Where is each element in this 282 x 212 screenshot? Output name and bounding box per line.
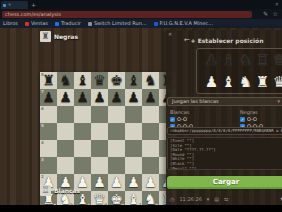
tab-favicon-icon bbox=[3, 4, 6, 7]
filter-icon[interactable]: ▼ bbox=[280, 196, 282, 202]
player-bottom: ♖ Blancas bbox=[40, 185, 80, 196]
palette-black-bishop[interactable]: ♝ bbox=[220, 50, 237, 71]
square-c6[interactable] bbox=[74, 106, 91, 123]
palette-white-rook[interactable]: ♜ bbox=[254, 72, 271, 93]
chevron-down-icon: ▾ bbox=[277, 98, 280, 105]
square-g3[interactable] bbox=[142, 157, 159, 174]
castling-black-label: Negras bbox=[240, 110, 258, 115]
new-tab-button[interactable]: + bbox=[31, 1, 36, 9]
bookmark-label: Libros bbox=[3, 19, 18, 28]
setup-position-panel: ✕ ← + Establecer posición ♟♝♞♜♛ ♟♝♞♜♛ Ju… bbox=[166, 30, 282, 207]
bookmark-item[interactable]: P.U.G.N.E.V.A Minec... bbox=[154, 19, 213, 28]
black-pawn[interactable]: ♟ bbox=[57, 89, 74, 106]
checkbox-label: O-O bbox=[177, 117, 187, 122]
bookmark-favicon-icon bbox=[55, 22, 59, 26]
palette-black-row: ♟♝♞♜♛ bbox=[203, 50, 282, 71]
black-knight[interactable]: ♞ bbox=[57, 72, 74, 89]
square-a7[interactable]: 7♟ bbox=[40, 89, 57, 106]
square-d5[interactable] bbox=[91, 123, 108, 140]
square-e5[interactable] bbox=[108, 123, 125, 140]
white-pawn[interactable]: ♟ bbox=[125, 174, 142, 191]
bookmark-item[interactable]: Traducir bbox=[55, 19, 81, 28]
rank-label: 6 bbox=[41, 107, 44, 111]
panel-header: ← + Establecer posición bbox=[166, 35, 282, 45]
square-g7[interactable]: ♟ bbox=[142, 89, 159, 106]
avatar[interactable]: ♖ bbox=[40, 185, 51, 196]
tab-close-icon[interactable]: ✕ bbox=[8, 3, 11, 7]
square-c3[interactable] bbox=[74, 157, 91, 174]
board-editor-icon[interactable]: ▤ bbox=[214, 196, 219, 202]
black-pawn[interactable]: ♟ bbox=[125, 89, 142, 106]
palette-white-bishop[interactable]: ♝ bbox=[220, 72, 237, 93]
bookmark-label: Traducir bbox=[61, 19, 81, 28]
black-rook[interactable]: ♜ bbox=[40, 72, 57, 89]
square-d4[interactable] bbox=[91, 140, 108, 157]
square-a3[interactable]: 3 bbox=[40, 157, 57, 174]
square-b5[interactable] bbox=[57, 123, 74, 140]
window-close-icon[interactable]: ✕ bbox=[275, 1, 279, 8]
tab-bar: ✕ + ✕ bbox=[0, 0, 282, 9]
player-top: ♜ Negras bbox=[40, 31, 78, 42]
square-f3[interactable] bbox=[125, 157, 142, 174]
square-a4[interactable]: 4 bbox=[40, 140, 57, 157]
rank-label: 4 bbox=[41, 141, 44, 145]
bookmark-star-icon[interactable]: ☆ bbox=[273, 10, 278, 18]
square-e3[interactable] bbox=[108, 157, 125, 174]
black-pawn[interactable]: ♟ bbox=[142, 89, 159, 106]
piece-palette: ♟♝♞♜♛ ♟♝♞♜♛ bbox=[196, 48, 282, 94]
turn-select[interactable]: Juegan las blancas ▾ bbox=[167, 97, 282, 106]
square-c7[interactable]: ♟ bbox=[74, 89, 91, 106]
square-e7[interactable]: ♟ bbox=[108, 89, 125, 106]
black-kingside-checkbox[interactable]: ✓ O-O bbox=[240, 117, 257, 122]
time-control-value[interactable]: 11:26:26 bbox=[179, 196, 201, 202]
bookmark-item[interactable]: Libros bbox=[3, 19, 18, 28]
square-b8[interactable]: ♞ bbox=[57, 72, 74, 89]
square-f7[interactable]: ♟ bbox=[125, 89, 142, 106]
bookmark-favicon-icon bbox=[25, 22, 29, 26]
square-e6[interactable] bbox=[108, 106, 125, 123]
bookmark-favicon-icon bbox=[154, 22, 158, 26]
square-f4[interactable] bbox=[125, 140, 142, 157]
pgn-textarea[interactable]: [Event ""] [Site ""] [Date "????.??.??"]… bbox=[167, 137, 282, 170]
player-name-white[interactable]: Blancas bbox=[54, 187, 80, 194]
white-pawn[interactable]: ♟ bbox=[142, 174, 159, 191]
square-b3[interactable] bbox=[57, 157, 74, 174]
black-knight[interactable]: ♞ bbox=[142, 72, 159, 89]
square-a6[interactable]: 6 bbox=[40, 106, 57, 123]
bookmark-favicon-icon bbox=[88, 22, 92, 26]
edit-icon[interactable]: ✎ bbox=[263, 10, 268, 18]
square-f6[interactable] bbox=[125, 106, 142, 123]
palette-black-pawn[interactable]: ♟ bbox=[203, 50, 220, 71]
white-pawn[interactable]: ♟ bbox=[108, 174, 125, 191]
checkbox-check-icon: ✓ bbox=[170, 117, 175, 122]
flip-board-icon[interactable]: ⇆ bbox=[224, 196, 228, 202]
plus-icon: + bbox=[191, 37, 196, 44]
black-pawn[interactable]: ♟ bbox=[91, 89, 108, 106]
browser-tab[interactable]: ✕ bbox=[1, 1, 28, 9]
black-bishop[interactable]: ♝ bbox=[74, 72, 91, 89]
rank-label: 3 bbox=[41, 158, 44, 162]
back-arrow-icon[interactable]: ← bbox=[184, 35, 190, 45]
square-a8[interactable]: 8♜ bbox=[40, 72, 57, 89]
square-g2[interactable]: ♟ bbox=[142, 174, 159, 191]
palette-black-rook[interactable]: ♜ bbox=[254, 50, 271, 71]
square-d8[interactable]: ♛ bbox=[91, 72, 108, 89]
bookmark-label: Switch Limited Run... bbox=[94, 19, 147, 28]
browser-window: ✕ + ✕ chess.com/es/analysis ✎ ☆ LibrosVe… bbox=[0, 0, 282, 212]
black-queen[interactable]: ♛ bbox=[91, 72, 108, 89]
square-f2[interactable]: ♟ bbox=[125, 174, 142, 191]
address-bar: chess.com/es/analysis ✎ ☆ bbox=[0, 9, 282, 19]
black-bishop[interactable]: ♝ bbox=[125, 72, 142, 89]
square-g8[interactable]: ♞ bbox=[142, 72, 159, 89]
square-g5[interactable] bbox=[142, 123, 159, 140]
white-pawn[interactable]: ♟ bbox=[91, 174, 108, 191]
palette-black-knight[interactable]: ♞ bbox=[237, 50, 254, 71]
square-g6[interactable] bbox=[142, 106, 159, 123]
turn-select-value: Juegan las blancas bbox=[172, 98, 219, 105]
bookmark-label: P.U.G.N.E.V.A Minec... bbox=[160, 19, 213, 28]
chevron-down-icon: ▾ bbox=[207, 196, 210, 202]
square-d3[interactable] bbox=[91, 157, 108, 174]
square-a5[interactable]: 5 bbox=[40, 123, 57, 140]
black-pawn[interactable]: ♟ bbox=[108, 89, 125, 106]
square-d6[interactable] bbox=[91, 106, 108, 123]
square-c8[interactable]: ♝ bbox=[74, 72, 91, 89]
load-button[interactable]: Cargar bbox=[167, 176, 282, 189]
rank-label: 5 bbox=[41, 124, 44, 128]
square-e2[interactable]: ♟ bbox=[108, 174, 125, 191]
square-g4[interactable] bbox=[142, 140, 159, 157]
castling-white-label: Blancas bbox=[170, 110, 189, 115]
analysis-page: ♜ Negras 8♜♞♝♛♚♝♞♜7♟♟♟♟♟♟♟♟65432♟♟♟♟♟♟♟♟… bbox=[0, 28, 282, 205]
url-input[interactable]: chess.com/es/analysis bbox=[2, 11, 252, 18]
clock-icon[interactable]: ◷ bbox=[170, 196, 174, 202]
black-king[interactable]: ♚ bbox=[108, 72, 125, 89]
square-b4[interactable] bbox=[57, 140, 74, 157]
checkbox-label: O-O bbox=[247, 117, 257, 122]
fen-input[interactable]: rnbqkbnr/pppppppp/8/8/8/8/PPPPPPPP/RNBQK… bbox=[167, 127, 282, 135]
square-b6[interactable] bbox=[57, 106, 74, 123]
square-b7[interactable]: ♟ bbox=[57, 89, 74, 106]
palette-white-row: ♟♝♞♜♛ bbox=[203, 72, 282, 93]
avatar[interactable]: ♜ bbox=[40, 31, 51, 42]
bookmarks-bar: LibrosVentasTraducirSwitch Limited Run..… bbox=[0, 19, 282, 28]
square-d2[interactable]: ♟ bbox=[91, 174, 108, 191]
palette-white-pawn[interactable]: ♟ bbox=[203, 72, 220, 93]
square-e4[interactable] bbox=[108, 140, 125, 157]
black-pawn[interactable]: ♟ bbox=[74, 89, 91, 106]
checkbox-check-icon: ✓ bbox=[240, 117, 245, 122]
square-f5[interactable] bbox=[125, 123, 142, 140]
palette-black-queen[interactable]: ♛ bbox=[271, 50, 282, 71]
panel-footer: ◷ 11:26:26 ▾ ▤ ⇆ ▼ bbox=[170, 194, 282, 204]
square-f8[interactable]: ♝ bbox=[125, 72, 142, 89]
palette-white-knight[interactable]: ♞ bbox=[237, 72, 254, 93]
bookmark-item[interactable]: Ventas bbox=[25, 19, 48, 28]
square-e8[interactable]: ♚ bbox=[108, 72, 125, 89]
bookmark-label: Ventas bbox=[31, 19, 48, 28]
window-bottom-edge bbox=[0, 205, 282, 212]
bookmark-item[interactable]: Switch Limited Run... bbox=[88, 19, 147, 28]
square-c5[interactable] bbox=[74, 123, 91, 140]
black-pawn[interactable]: ♟ bbox=[40, 89, 57, 106]
square-c4[interactable] bbox=[74, 140, 91, 157]
player-name-black[interactable]: Negras bbox=[54, 33, 78, 40]
white-kingside-checkbox[interactable]: ✓ O-O bbox=[170, 117, 187, 122]
square-d7[interactable]: ♟ bbox=[91, 89, 108, 106]
palette-white-queen[interactable]: ♛ bbox=[271, 72, 282, 93]
